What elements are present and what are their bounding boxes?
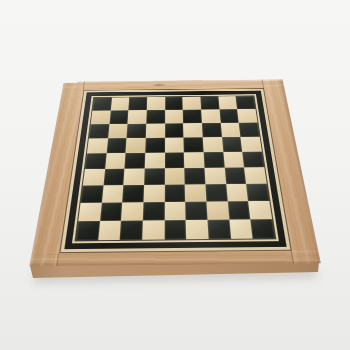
square-r2c7[interactable] [201, 109, 220, 123]
square-r1c1[interactable] [92, 98, 111, 111]
square-r9c6[interactable] [186, 220, 209, 239]
frame-corner-notch [63, 81, 78, 83]
square-r4c7[interactable] [203, 137, 223, 152]
inlaid-panel [59, 88, 292, 253]
square-r4c2[interactable] [106, 138, 126, 153]
square-r7c8[interactable] [226, 184, 249, 202]
square-r7c7[interactable] [205, 184, 227, 202]
square-r9c2[interactable] [98, 221, 121, 241]
game-board [29, 79, 321, 266]
square-r8c7[interactable] [206, 201, 229, 219]
square-r5c3[interactable] [125, 153, 145, 169]
square-r6c8[interactable] [224, 167, 246, 184]
square-r6c1[interactable] [83, 169, 105, 186]
square-r4c8[interactable] [222, 137, 243, 152]
board-perspective-wrapper [48, 37, 301, 283]
square-r1c9[interactable] [236, 96, 256, 109]
square-r1c7[interactable] [200, 96, 219, 109]
square-r2c4[interactable] [146, 110, 165, 124]
square-r5c6[interactable] [184, 152, 204, 168]
frame-joint-top-left [83, 81, 85, 90]
square-r8c4[interactable] [143, 202, 165, 220]
square-r9c9[interactable] [251, 219, 275, 238]
square-r2c2[interactable] [109, 110, 128, 124]
square-r5c5[interactable] [165, 152, 185, 168]
square-r9c7[interactable] [207, 220, 230, 239]
square-r8c1[interactable] [78, 203, 101, 221]
square-r7c2[interactable] [102, 185, 124, 203]
square-r3c4[interactable] [146, 124, 165, 138]
square-r5c2[interactable] [105, 153, 126, 169]
square-r9c4[interactable] [142, 220, 164, 239]
square-r9c8[interactable] [229, 219, 253, 238]
square-r2c8[interactable] [219, 109, 239, 123]
square-r1c4[interactable] [147, 97, 165, 110]
square-r8c2[interactable] [100, 202, 123, 220]
square-r1c5[interactable] [165, 97, 183, 110]
square-r3c7[interactable] [202, 123, 222, 137]
square-r1c3[interactable] [129, 97, 148, 110]
square-r7c5[interactable] [164, 184, 185, 202]
square-r4c1[interactable] [87, 138, 108, 153]
square-r7c4[interactable] [143, 185, 164, 203]
square-r1c8[interactable] [218, 96, 237, 109]
square-r4c9[interactable] [241, 137, 262, 152]
frame-joint-bottom-left [56, 253, 59, 266]
square-r3c1[interactable] [89, 124, 109, 138]
square-r1c2[interactable] [111, 97, 130, 110]
square-r8c5[interactable] [164, 202, 186, 220]
square-r6c9[interactable] [244, 167, 266, 184]
wood-knot [151, 83, 167, 86]
square-r8c9[interactable] [248, 201, 272, 219]
square-r9c1[interactable] [76, 221, 100, 241]
square-r6c7[interactable] [204, 168, 225, 185]
square-r5c7[interactable] [204, 152, 225, 168]
frame-joint-top-right [262, 80, 264, 89]
square-r8c6[interactable] [185, 202, 207, 220]
square-r3c2[interactable] [108, 124, 128, 138]
square-r2c5[interactable] [165, 110, 184, 124]
square-r2c3[interactable] [128, 110, 147, 124]
square-r4c3[interactable] [126, 138, 146, 153]
square-r6c3[interactable] [124, 168, 145, 185]
square-r5c4[interactable] [145, 153, 165, 169]
square-r3c8[interactable] [220, 123, 240, 137]
square-r6c4[interactable] [144, 168, 165, 185]
frame-joint-bottom-right [291, 251, 294, 264]
square-r7c6[interactable] [185, 184, 206, 202]
checker-grid [74, 95, 276, 241]
square-r3c6[interactable] [183, 123, 202, 137]
cream-margin [72, 94, 279, 243]
square-r3c5[interactable] [165, 123, 184, 137]
square-r9c3[interactable] [120, 220, 143, 240]
square-r1c6[interactable] [183, 97, 201, 110]
square-r5c1[interactable] [85, 153, 106, 169]
square-r6c6[interactable] [185, 168, 206, 185]
square-r6c5[interactable] [165, 168, 185, 185]
square-r2c9[interactable] [237, 109, 257, 123]
square-r4c4[interactable] [145, 138, 165, 153]
square-r8c3[interactable] [121, 202, 143, 220]
square-r3c9[interactable] [239, 123, 260, 137]
square-r5c8[interactable] [223, 152, 244, 168]
square-r8c8[interactable] [227, 201, 250, 219]
black-border-band [64, 91, 286, 250]
square-r9c5[interactable] [164, 220, 186, 239]
square-r2c1[interactable] [91, 111, 111, 125]
square-r5c9[interactable] [242, 152, 264, 168]
square-r4c6[interactable] [184, 137, 204, 152]
square-r2c6[interactable] [183, 110, 202, 124]
square-r3c3[interactable] [127, 124, 146, 138]
square-r4c5[interactable] [165, 138, 184, 153]
square-r6c2[interactable] [103, 169, 125, 186]
photo-backdrop [0, 0, 350, 350]
square-r7c3[interactable] [123, 185, 145, 203]
square-r7c9[interactable] [246, 184, 269, 202]
square-r7c1[interactable] [81, 185, 104, 203]
